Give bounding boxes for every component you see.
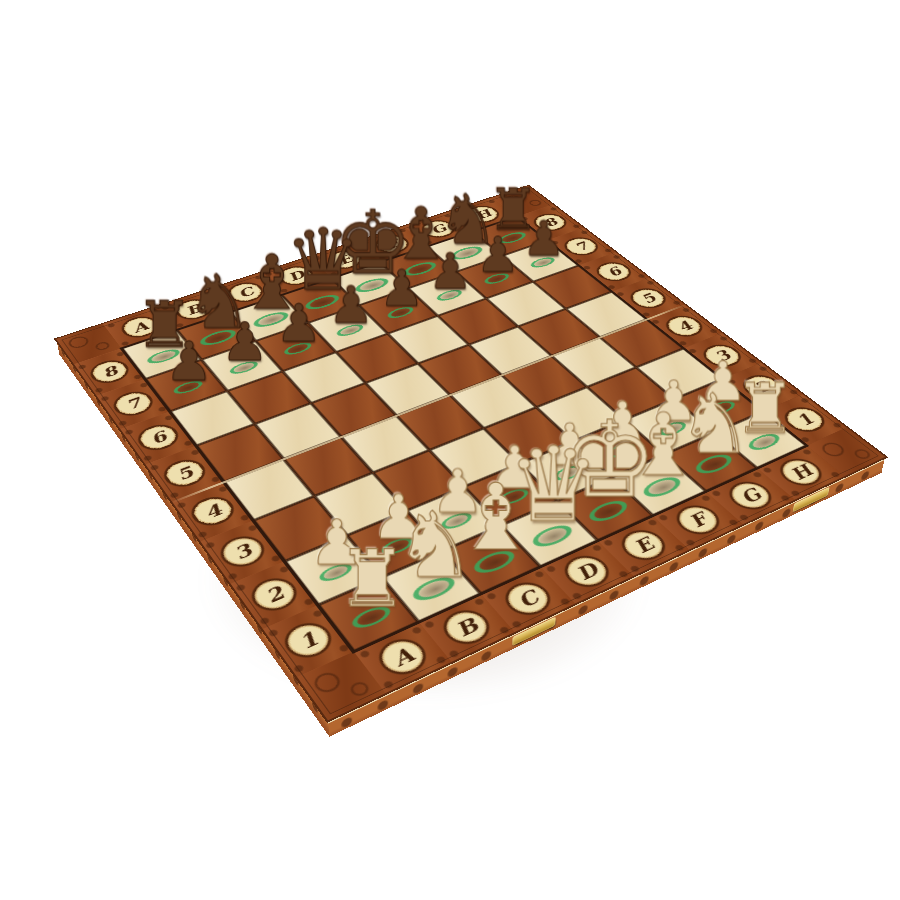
rank-label: 5 [173,464,197,482]
rank-label: 7 [122,396,144,412]
rank-label: 4 [673,319,696,333]
rank-label: 3 [230,541,255,561]
piece-black-pawn-a7[interactable]: ♟ [139,335,238,389]
file-label: A [387,645,417,669]
file-label: D [571,560,602,582]
rank-label: 5 [637,292,660,305]
rank-label: 4 [200,502,224,521]
rank-label: 6 [603,265,625,278]
rank-label: 8 [99,364,120,379]
file-label: F [684,510,712,529]
file-label: B [451,615,482,639]
file-label: E [629,535,658,556]
rank-label: 1 [294,629,322,652]
rank-label: 6 [147,429,170,446]
file-label: G [735,486,765,506]
photo-scene: ABCDEFGH8877665544332211ABCDEFGH ♜♞♝♛♚♝♞… [0,0,900,900]
piece-white-rook-a1[interactable]: ♜ [313,540,432,619]
rank-label: 2 [261,584,287,606]
file-label: H [785,462,816,482]
file-label: C [513,587,543,610]
